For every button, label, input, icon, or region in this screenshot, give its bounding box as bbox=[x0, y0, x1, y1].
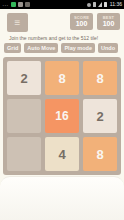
score-box: SCORE 100 bbox=[70, 13, 93, 30]
android-status-bar: ⋯ 11:36 bbox=[0, 0, 124, 9]
tile-8: 8 bbox=[45, 61, 79, 95]
score-boxes: SCORE 100 BEST 100 bbox=[70, 13, 120, 30]
notification-green-icon bbox=[11, 2, 16, 7]
tile-2: 2 bbox=[83, 99, 117, 133]
empty-cell bbox=[7, 137, 41, 171]
auto-move-button[interactable]: Auto Move bbox=[24, 43, 58, 53]
score-value: 100 bbox=[76, 20, 88, 28]
status-bar-clock: 11:36 bbox=[110, 2, 122, 7]
game-tagline: Join the numbers and get to the 512 tile… bbox=[9, 35, 120, 41]
alarm-icon bbox=[87, 3, 91, 7]
best-value: 100 bbox=[103, 20, 115, 28]
sd-card-icon bbox=[93, 2, 96, 7]
notification-dark-icon bbox=[25, 2, 30, 7]
best-box: BEST 100 bbox=[97, 13, 120, 30]
bottom-panel bbox=[0, 176, 124, 220]
tile-4: 4 bbox=[45, 137, 79, 171]
grid-button[interactable]: Grid bbox=[4, 43, 21, 53]
play-mode-button[interactable]: Play mode bbox=[61, 43, 95, 53]
game-header: ≡ SCORE 100 BEST 100 bbox=[7, 13, 120, 32]
signal-icon bbox=[98, 2, 102, 7]
menu-icon: ≡ bbox=[15, 18, 21, 28]
tile-8: 8 bbox=[83, 61, 117, 95]
status-bar-notifications: ⋯ bbox=[2, 2, 30, 8]
undo-button[interactable]: Undo bbox=[98, 43, 118, 53]
status-bar-system-icons: 11:36 bbox=[87, 2, 122, 7]
overflow-dots-icon: ⋯ bbox=[2, 2, 8, 8]
tile-8: 8 bbox=[83, 137, 117, 171]
toolbar: Grid Auto Move Play mode Undo bbox=[4, 43, 122, 53]
notification-gray-icon bbox=[18, 2, 23, 7]
battery-icon bbox=[104, 2, 107, 7]
tile-2: 2 bbox=[7, 61, 41, 95]
board[interactable]: 28816248 bbox=[3, 57, 121, 175]
tile-16: 16 bbox=[45, 99, 79, 133]
empty-cell bbox=[7, 99, 41, 133]
menu-button[interactable]: ≡ bbox=[7, 13, 28, 32]
